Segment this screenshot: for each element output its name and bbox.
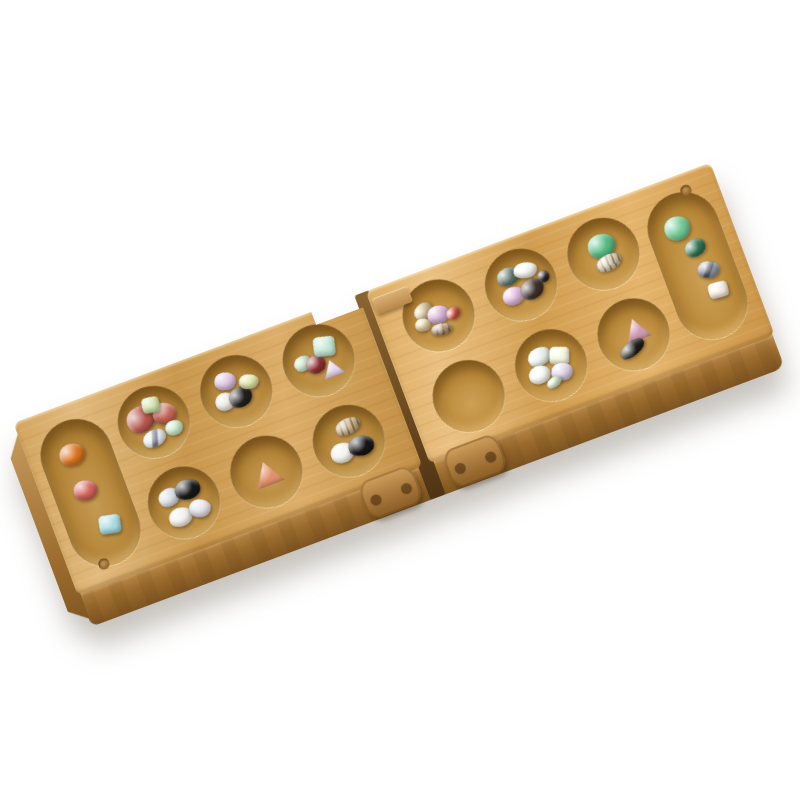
pit-a1[interactable]: [138, 456, 231, 549]
pit-a5[interactable]: [505, 319, 598, 412]
gemstone: [617, 334, 648, 362]
mancala-board: [13, 163, 786, 628]
gemstone: [248, 456, 285, 491]
gemstone: [189, 499, 212, 518]
pit-a6[interactable]: [587, 288, 680, 381]
pit-a4[interactable]: [422, 350, 515, 443]
pit-a2[interactable]: [220, 425, 313, 518]
pit-b4[interactable]: [392, 269, 485, 362]
gemstone: [312, 335, 336, 357]
gemstone: [238, 373, 259, 390]
pit-b6[interactable]: [557, 207, 650, 300]
gemstone: [661, 213, 694, 245]
pit-b1[interactable]: [108, 376, 201, 469]
gemstone: [697, 259, 721, 278]
gemstone: [707, 279, 731, 300]
pit-b3[interactable]: [272, 314, 365, 407]
gemstone: [97, 513, 122, 535]
gemstone: [72, 478, 99, 502]
gemstone: [681, 234, 709, 260]
gemstone: [56, 440, 88, 470]
pit-b2[interactable]: [190, 345, 283, 438]
pit-b5[interactable]: [475, 238, 568, 331]
